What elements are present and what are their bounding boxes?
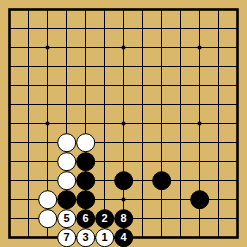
intersection-E5[interactable] [76, 152, 95, 171]
intersection-F12[interactable] [95, 19, 114, 38]
intersection-A3[interactable] [0, 190, 19, 209]
intersection-E2[interactable]: 6 [76, 209, 95, 228]
intersection-D8[interactable] [57, 95, 76, 114]
intersection-K8[interactable] [171, 95, 190, 114]
intersection-G9[interactable] [114, 76, 133, 95]
intersection-H8[interactable] [133, 95, 152, 114]
move-number-label: 8 [120, 213, 126, 224]
move-number-label: 6 [82, 213, 88, 224]
intersection-E12[interactable] [76, 19, 95, 38]
intersection-F5[interactable] [95, 152, 114, 171]
black-stone-G1: 4 [114, 228, 134, 247]
intersection-G3[interactable] [114, 190, 133, 209]
intersection-N4[interactable] [228, 171, 247, 190]
intersection-B12[interactable] [19, 19, 38, 38]
white-stone-D2: 5 [57, 209, 77, 229]
intersection-E6[interactable] [76, 133, 95, 152]
intersection-N6[interactable] [228, 133, 247, 152]
intersection-E7[interactable] [76, 114, 95, 133]
intersection-C11[interactable] [38, 38, 57, 57]
intersection-B11[interactable] [19, 38, 38, 57]
black-stone-E5 [76, 152, 96, 172]
intersection-G12[interactable] [114, 19, 133, 38]
intersection-E3[interactable] [76, 190, 95, 209]
intersection-G8[interactable] [114, 95, 133, 114]
intersection-K5[interactable] [171, 152, 190, 171]
intersection-A2[interactable] [0, 209, 19, 228]
intersection-K11[interactable] [171, 38, 190, 57]
intersection-K7[interactable] [171, 114, 190, 133]
white-stone-C3 [38, 190, 58, 210]
intersection-D1[interactable]: 7 [57, 228, 76, 247]
intersection-J9[interactable] [152, 76, 171, 95]
intersection-D3[interactable] [57, 190, 76, 209]
intersection-M3[interactable] [209, 190, 228, 209]
black-stone-F2: 2 [95, 209, 115, 229]
intersection-E4[interactable] [76, 171, 95, 190]
intersection-C9[interactable] [38, 76, 57, 95]
white-stone-E6 [76, 133, 96, 153]
intersection-H10[interactable] [133, 57, 152, 76]
white-stone-D4 [57, 171, 77, 191]
intersection-H3[interactable] [133, 190, 152, 209]
board-intersections: 56287314 [0, 0, 247, 247]
intersection-B10[interactable] [19, 57, 38, 76]
intersection-F8[interactable] [95, 95, 114, 114]
intersection-N8[interactable] [228, 95, 247, 114]
move-number-label: 4 [120, 232, 126, 243]
intersection-H2[interactable] [133, 209, 152, 228]
black-stone-E2: 6 [76, 209, 96, 229]
intersection-D7[interactable] [57, 114, 76, 133]
intersection-C5[interactable] [38, 152, 57, 171]
intersection-B9[interactable] [19, 76, 38, 95]
intersection-C4[interactable] [38, 171, 57, 190]
intersection-L10[interactable] [190, 57, 209, 76]
intersection-J7[interactable] [152, 114, 171, 133]
intersection-N13[interactable] [228, 0, 247, 19]
intersection-L4[interactable] [190, 171, 209, 190]
intersection-J12[interactable] [152, 19, 171, 38]
intersection-L7[interactable] [190, 114, 209, 133]
intersection-K9[interactable] [171, 76, 190, 95]
intersection-M4[interactable] [209, 171, 228, 190]
intersection-M7[interactable] [209, 114, 228, 133]
intersection-J3[interactable] [152, 190, 171, 209]
intersection-J8[interactable] [152, 95, 171, 114]
intersection-N11[interactable] [228, 38, 247, 57]
intersection-G1[interactable]: 4 [114, 228, 133, 247]
intersection-B7[interactable] [19, 114, 38, 133]
intersection-N1[interactable] [228, 228, 247, 247]
intersection-D5[interactable] [57, 152, 76, 171]
intersection-M10[interactable] [209, 57, 228, 76]
intersection-D10[interactable] [57, 57, 76, 76]
intersection-D2[interactable]: 5 [57, 209, 76, 228]
intersection-L3[interactable] [190, 190, 209, 209]
move-number-label: 3 [82, 232, 88, 243]
black-stone-E3 [76, 190, 96, 210]
move-number-label: 2 [101, 213, 107, 224]
intersection-K10[interactable] [171, 57, 190, 76]
intersection-G5[interactable] [114, 152, 133, 171]
intersection-B8[interactable] [19, 95, 38, 114]
intersection-H9[interactable] [133, 76, 152, 95]
intersection-C7[interactable] [38, 114, 57, 133]
intersection-E10[interactable] [76, 57, 95, 76]
intersection-H4[interactable] [133, 171, 152, 190]
intersection-M8[interactable] [209, 95, 228, 114]
intersection-A13[interactable] [0, 0, 19, 19]
intersection-C6[interactable] [38, 133, 57, 152]
go-board: 56287314 [0, 0, 247, 247]
intersection-H5[interactable] [133, 152, 152, 171]
move-number-label: 1 [101, 232, 107, 243]
intersection-J5[interactable] [152, 152, 171, 171]
intersection-A6[interactable] [0, 133, 19, 152]
intersection-K6[interactable] [171, 133, 190, 152]
intersection-B4[interactable] [19, 171, 38, 190]
intersection-A4[interactable] [0, 171, 19, 190]
intersection-K2[interactable] [171, 209, 190, 228]
intersection-K3[interactable] [171, 190, 190, 209]
intersection-N12[interactable] [228, 19, 247, 38]
intersection-J11[interactable] [152, 38, 171, 57]
intersection-G11[interactable] [114, 38, 133, 57]
white-stone-C2 [38, 209, 58, 229]
intersection-A9[interactable] [0, 76, 19, 95]
intersection-B3[interactable] [19, 190, 38, 209]
intersection-D11[interactable] [57, 38, 76, 57]
white-stone-D5 [57, 152, 77, 172]
move-number-label: 5 [63, 213, 69, 224]
intersection-G7[interactable] [114, 114, 133, 133]
intersection-B1[interactable] [19, 228, 38, 247]
intersection-H7[interactable] [133, 114, 152, 133]
intersection-C3[interactable] [38, 190, 57, 209]
intersection-D4[interactable] [57, 171, 76, 190]
intersection-M11[interactable] [209, 38, 228, 57]
intersection-H6[interactable] [133, 133, 152, 152]
black-stone-G4 [114, 171, 134, 191]
intersection-L1[interactable] [190, 228, 209, 247]
intersection-B5[interactable] [19, 152, 38, 171]
move-number-label: 7 [63, 232, 69, 243]
intersection-L13[interactable] [190, 0, 209, 19]
intersection-L6[interactable] [190, 133, 209, 152]
intersection-A10[interactable] [0, 57, 19, 76]
intersection-H1[interactable] [133, 228, 152, 247]
white-stone-D6 [57, 133, 77, 153]
intersection-A7[interactable] [0, 114, 19, 133]
intersection-B13[interactable] [19, 0, 38, 19]
intersection-M12[interactable] [209, 19, 228, 38]
intersection-C2[interactable] [38, 209, 57, 228]
black-stone-E4 [76, 171, 96, 191]
intersection-K12[interactable] [171, 19, 190, 38]
intersection-J4[interactable] [152, 171, 171, 190]
intersection-F10[interactable] [95, 57, 114, 76]
intersection-N2[interactable] [228, 209, 247, 228]
intersection-A1[interactable] [0, 228, 19, 247]
intersection-B6[interactable] [19, 133, 38, 152]
intersection-F9[interactable] [95, 76, 114, 95]
intersection-C13[interactable] [38, 0, 57, 19]
intersection-A8[interactable] [0, 95, 19, 114]
intersection-F1[interactable]: 1 [95, 228, 114, 247]
intersection-N5[interactable] [228, 152, 247, 171]
black-stone-G2: 8 [114, 209, 134, 229]
intersection-D13[interactable] [57, 0, 76, 19]
intersection-J13[interactable] [152, 0, 171, 19]
intersection-A12[interactable] [0, 19, 19, 38]
intersection-E1[interactable]: 3 [76, 228, 95, 247]
intersection-D12[interactable] [57, 19, 76, 38]
intersection-N9[interactable] [228, 76, 247, 95]
intersection-K1[interactable] [171, 228, 190, 247]
white-stone-D1: 7 [57, 228, 77, 247]
intersection-E13[interactable] [76, 0, 95, 19]
intersection-L5[interactable] [190, 152, 209, 171]
intersection-C8[interactable] [38, 95, 57, 114]
intersection-M6[interactable] [209, 133, 228, 152]
intersection-J2[interactable] [152, 209, 171, 228]
intersection-M1[interactable] [209, 228, 228, 247]
intersection-F3[interactable] [95, 190, 114, 209]
intersection-L9[interactable] [190, 76, 209, 95]
intersection-N3[interactable] [228, 190, 247, 209]
black-stone-L3 [190, 190, 210, 210]
intersection-M5[interactable] [209, 152, 228, 171]
intersection-E8[interactable] [76, 95, 95, 114]
intersection-J1[interactable] [152, 228, 171, 247]
black-stone-D3 [57, 190, 77, 210]
intersection-G6[interactable] [114, 133, 133, 152]
intersection-L12[interactable] [190, 19, 209, 38]
intersection-G13[interactable] [114, 0, 133, 19]
intersection-L11[interactable] [190, 38, 209, 57]
intersection-D9[interactable] [57, 76, 76, 95]
intersection-E11[interactable] [76, 38, 95, 57]
intersection-F4[interactable] [95, 171, 114, 190]
intersection-A5[interactable] [0, 152, 19, 171]
intersection-H11[interactable] [133, 38, 152, 57]
intersection-M2[interactable] [209, 209, 228, 228]
intersection-N7[interactable] [228, 114, 247, 133]
intersection-M9[interactable] [209, 76, 228, 95]
black-stone-J4 [152, 171, 172, 191]
intersection-J6[interactable] [152, 133, 171, 152]
intersection-F13[interactable] [95, 0, 114, 19]
intersection-C10[interactable] [38, 57, 57, 76]
intersection-H12[interactable] [133, 19, 152, 38]
intersection-L8[interactable] [190, 95, 209, 114]
intersection-G10[interactable] [114, 57, 133, 76]
intersection-H13[interactable] [133, 0, 152, 19]
intersection-G4[interactable] [114, 171, 133, 190]
intersection-D6[interactable] [57, 133, 76, 152]
intersection-B2[interactable] [19, 209, 38, 228]
intersection-K13[interactable] [171, 0, 190, 19]
intersection-J10[interactable] [152, 57, 171, 76]
intersection-E9[interactable] [76, 76, 95, 95]
intersection-F6[interactable] [95, 133, 114, 152]
white-stone-E1: 3 [76, 228, 96, 247]
intersection-M13[interactable] [209, 0, 228, 19]
intersection-C12[interactable] [38, 19, 57, 38]
intersection-L2[interactable] [190, 209, 209, 228]
intersection-C1[interactable] [38, 228, 57, 247]
intersection-N10[interactable] [228, 57, 247, 76]
white-stone-F1: 1 [95, 228, 115, 247]
intersection-F11[interactable] [95, 38, 114, 57]
intersection-F2[interactable]: 2 [95, 209, 114, 228]
intersection-K4[interactable] [171, 171, 190, 190]
intersection-A11[interactable] [0, 38, 19, 57]
intersection-G2[interactable]: 8 [114, 209, 133, 228]
intersection-F7[interactable] [95, 114, 114, 133]
